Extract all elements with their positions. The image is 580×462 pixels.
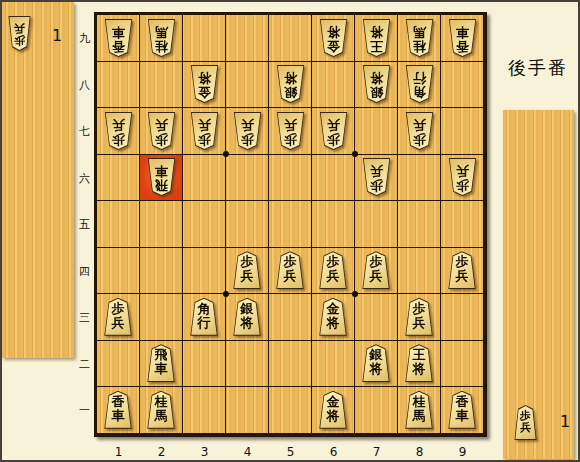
board-cell[interactable]: 歩兵: [441, 155, 484, 202]
piece-gold[interactable]: 金将: [189, 65, 220, 103]
board-cell[interactable]: 歩兵: [312, 248, 355, 295]
board-cell[interactable]: 銀将: [226, 294, 269, 341]
board-cell[interactable]: [355, 108, 398, 155]
board-cell[interactable]: [140, 201, 183, 248]
piece-knight[interactable]: 桂馬: [146, 391, 177, 429]
board-cell[interactable]: [441, 341, 484, 388]
board-cell[interactable]: 金将: [312, 387, 355, 434]
board-cell[interactable]: [441, 201, 484, 248]
board-cell[interactable]: [183, 387, 226, 434]
board-cell[interactable]: [312, 62, 355, 109]
rank-label: 一: [76, 403, 93, 418]
board-cell[interactable]: [226, 201, 269, 248]
turn-indicator: 後手番: [500, 56, 576, 80]
shogi-app: 歩兵 1 香車桂馬金将王将桂馬香車金将銀将銀将角行歩兵歩兵歩兵歩兵歩兵歩兵歩兵飛…: [0, 0, 580, 462]
board-cell[interactable]: 銀将: [269, 62, 312, 109]
board-cell[interactable]: [398, 155, 441, 202]
rank-label: 九: [76, 31, 93, 46]
rank-label: 二: [76, 357, 93, 372]
sente-hand-pawn-count: 1: [52, 26, 62, 45]
piece-gold[interactable]: 金将: [318, 298, 349, 336]
star-point: [352, 151, 358, 157]
piece-rook[interactable]: 飛車: [146, 344, 177, 382]
file-label: 4: [226, 445, 269, 459]
board-cell[interactable]: [140, 294, 183, 341]
board-cell[interactable]: 歩兵: [355, 155, 398, 202]
piece-gold[interactable]: 金将: [318, 19, 349, 57]
board-cell[interactable]: [355, 201, 398, 248]
board-cell[interactable]: 歩兵: [140, 108, 183, 155]
board-cell[interactable]: 歩兵: [226, 108, 269, 155]
star-point: [223, 151, 229, 157]
shogi-board: 香車桂馬金将王将桂馬香車金将銀将銀将角行歩兵歩兵歩兵歩兵歩兵歩兵歩兵飛車歩兵歩兵…: [94, 12, 487, 437]
piece-lance[interactable]: 香車: [103, 19, 134, 57]
board-cell[interactable]: 歩兵: [312, 108, 355, 155]
file-label: 9: [441, 445, 484, 459]
board-cell[interactable]: [226, 341, 269, 388]
piece-pawn[interactable]: 歩兵: [404, 298, 435, 336]
rank-label: 六: [76, 171, 93, 186]
board-cell[interactable]: 歩兵: [398, 294, 441, 341]
board-cell[interactable]: [312, 155, 355, 202]
board-cell[interactable]: 桂馬: [140, 387, 183, 434]
board-cell[interactable]: 香車: [441, 387, 484, 434]
piece-pawn[interactable]: 歩兵: [318, 251, 349, 289]
piece-silver[interactable]: 銀将: [275, 65, 306, 103]
board-cell[interactable]: [97, 341, 140, 388]
board-cell[interactable]: [183, 341, 226, 388]
board-cell[interactable]: [226, 15, 269, 62]
board-cell[interactable]: 銀将: [355, 341, 398, 388]
piece-silver[interactable]: 銀将: [361, 344, 392, 382]
piece-rook[interactable]: 飛車: [146, 158, 177, 196]
board-cell[interactable]: [140, 62, 183, 109]
piece-gold[interactable]: 金将: [318, 391, 349, 429]
piece-pawn[interactable]: 歩兵: [404, 112, 435, 150]
gote-hand-pawn-count: 1: [560, 412, 570, 431]
board-cell[interactable]: 飛車: [140, 341, 183, 388]
board-cell[interactable]: 角行: [398, 62, 441, 109]
rank-label: 五: [76, 217, 93, 232]
board-cell[interactable]: 歩兵: [441, 248, 484, 295]
file-label: 7: [355, 445, 398, 459]
piece-knight[interactable]: 桂馬: [146, 19, 177, 57]
piece-pawn[interactable]: 歩兵: [232, 112, 263, 150]
board-cell[interactable]: [97, 62, 140, 109]
piece-bishop[interactable]: 角行: [404, 65, 435, 103]
board-cell[interactable]: [97, 155, 140, 202]
board-cell[interactable]: 香車: [97, 387, 140, 434]
board-cell[interactable]: 角行: [183, 294, 226, 341]
rank-label: 三: [76, 310, 93, 325]
file-label: 8: [398, 445, 441, 459]
board-cell[interactable]: 銀将: [355, 62, 398, 109]
board-cell[interactable]: 歩兵: [97, 108, 140, 155]
komadai-sente: 歩兵 1: [2, 2, 74, 358]
piece-pawn[interactable]: 歩兵: [361, 251, 392, 289]
piece-pawn[interactable]: 歩兵: [7, 16, 32, 51]
board-cell[interactable]: [441, 294, 484, 341]
board-cell[interactable]: [269, 155, 312, 202]
board-cell[interactable]: [269, 341, 312, 388]
board-cell[interactable]: [441, 62, 484, 109]
rank-label: 七: [76, 124, 93, 139]
piece-pawn[interactable]: 歩兵: [275, 251, 306, 289]
file-label: 2: [140, 445, 183, 459]
piece-lance[interactable]: 香車: [103, 391, 134, 429]
board-cell[interactable]: 金将: [312, 15, 355, 62]
board-cell[interactable]: 王将: [355, 15, 398, 62]
board-cell[interactable]: [97, 248, 140, 295]
board-cell[interactable]: 歩兵: [183, 108, 226, 155]
file-label: 6: [312, 445, 355, 459]
board-cell[interactable]: [355, 387, 398, 434]
board-cell[interactable]: 金将: [312, 294, 355, 341]
board-cell[interactable]: 歩兵: [269, 108, 312, 155]
piece-bishop[interactable]: 角行: [189, 298, 220, 336]
board-cell[interactable]: [226, 62, 269, 109]
board-cell[interactable]: [355, 294, 398, 341]
board-cell[interactable]: [97, 201, 140, 248]
board-cell[interactable]: 香車: [97, 15, 140, 62]
board-cell[interactable]: [183, 155, 226, 202]
board-cell[interactable]: [312, 201, 355, 248]
board-cell[interactable]: 香車: [441, 15, 484, 62]
board-cell[interactable]: [441, 108, 484, 155]
board-cell[interactable]: 桂馬: [398, 15, 441, 62]
file-label: 1: [97, 445, 140, 459]
piece-pawn[interactable]: 歩兵: [318, 112, 349, 150]
piece-knight[interactable]: 桂馬: [404, 19, 435, 57]
board-cell[interactable]: 桂馬: [140, 15, 183, 62]
rank-label: 八: [76, 78, 93, 93]
board-cell[interactable]: [226, 155, 269, 202]
piece-knight[interactable]: 桂馬: [404, 391, 435, 429]
file-label: 3: [183, 445, 226, 459]
board-cell[interactable]: [183, 15, 226, 62]
board-cell[interactable]: [398, 201, 441, 248]
rank-label: 四: [76, 264, 93, 279]
piece-pawn[interactable]: 歩兵: [447, 251, 478, 289]
piece-silver[interactable]: 銀将: [361, 65, 392, 103]
piece-pawn[interactable]: 歩兵: [361, 158, 392, 196]
piece-king[interactable]: 王将: [404, 344, 435, 382]
board-cell[interactable]: 歩兵: [226, 248, 269, 295]
board-cell[interactable]: 歩兵: [398, 108, 441, 155]
board-cell[interactable]: 歩兵: [97, 294, 140, 341]
piece-king[interactable]: 王将: [361, 19, 392, 57]
board-cell[interactable]: [140, 248, 183, 295]
piece-pawn[interactable]: 歩兵: [146, 112, 177, 150]
board-cell[interactable]: [269, 201, 312, 248]
board-cell[interactable]: [226, 387, 269, 434]
board-cell[interactable]: [183, 201, 226, 248]
board-cell[interactable]: 金将: [183, 62, 226, 109]
board-cell[interactable]: 歩兵: [269, 248, 312, 295]
piece-pawn[interactable]: 歩兵: [103, 112, 134, 150]
piece-pawn[interactable]: 歩兵: [513, 405, 538, 440]
piece-lance[interactable]: 香車: [447, 391, 478, 429]
piece-pawn[interactable]: 歩兵: [103, 298, 134, 336]
piece-pawn[interactable]: 歩兵: [232, 251, 263, 289]
board-cell[interactable]: [269, 294, 312, 341]
piece-pawn[interactable]: 歩兵: [189, 112, 220, 150]
piece-pawn[interactable]: 歩兵: [275, 112, 306, 150]
board-cell[interactable]: [269, 15, 312, 62]
star-point: [352, 291, 358, 297]
piece-lance[interactable]: 香車: [447, 19, 478, 57]
star-point: [223, 291, 229, 297]
board-cell[interactable]: [269, 387, 312, 434]
board-cell[interactable]: [398, 248, 441, 295]
board-cell[interactable]: 王将: [398, 341, 441, 388]
board-cell[interactable]: 桂馬: [398, 387, 441, 434]
komadai-gote: 歩兵 1: [503, 110, 574, 459]
board-cell[interactable]: [183, 248, 226, 295]
piece-pawn[interactable]: 歩兵: [447, 158, 478, 196]
file-label: 5: [269, 445, 312, 459]
board-cell-lastmove[interactable]: 飛車: [140, 155, 183, 202]
board-cell[interactable]: 歩兵: [355, 248, 398, 295]
piece-silver[interactable]: 銀将: [232, 298, 263, 336]
board-cell[interactable]: [312, 341, 355, 388]
